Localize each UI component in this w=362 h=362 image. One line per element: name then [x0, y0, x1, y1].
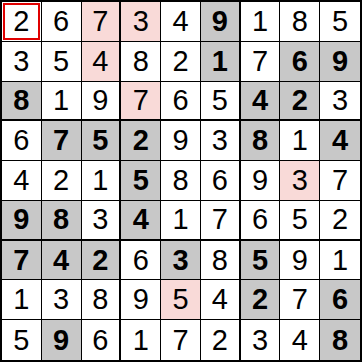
sudoku-board: 2673491853548217698197654236752938144215…: [0, 0, 362, 362]
cell-r1c1[interactable]: 2: [2, 2, 42, 42]
cell-r8c1[interactable]: 1: [2, 280, 42, 320]
cell-r3c1[interactable]: 8: [2, 82, 42, 122]
cell-r5c8[interactable]: 3: [280, 161, 320, 201]
cell-r9c3[interactable]: 6: [82, 320, 122, 360]
cell-r3c6[interactable]: 5: [201, 82, 241, 122]
cell-r8c6[interactable]: 4: [201, 280, 241, 320]
cell-r9c5[interactable]: 7: [161, 320, 201, 360]
cell-r3c8[interactable]: 2: [280, 82, 320, 122]
cell-r7c9[interactable]: 1: [320, 241, 360, 281]
cell-r8c3[interactable]: 8: [82, 280, 122, 320]
cell-r5c6[interactable]: 6: [201, 161, 241, 201]
cell-r9c7[interactable]: 3: [241, 320, 281, 360]
cell-r2c3[interactable]: 4: [82, 42, 122, 82]
cell-r4c6[interactable]: 3: [201, 121, 241, 161]
cell-r1c2[interactable]: 6: [42, 2, 82, 42]
cell-r1c6[interactable]: 9: [201, 2, 241, 42]
cell-r5c4[interactable]: 5: [121, 161, 161, 201]
cell-r5c7[interactable]: 9: [241, 161, 281, 201]
cell-r8c7[interactable]: 2: [241, 280, 281, 320]
cell-r7c3[interactable]: 2: [82, 241, 122, 281]
cell-r4c8[interactable]: 1: [280, 121, 320, 161]
cell-r4c4[interactable]: 2: [121, 121, 161, 161]
cell-r2c4[interactable]: 8: [121, 42, 161, 82]
cell-r4c5[interactable]: 9: [161, 121, 201, 161]
cell-r7c2[interactable]: 4: [42, 241, 82, 281]
cell-r8c2[interactable]: 3: [42, 280, 82, 320]
cell-r1c5[interactable]: 4: [161, 2, 201, 42]
cell-r3c9[interactable]: 3: [320, 82, 360, 122]
cell-r3c4[interactable]: 7: [121, 82, 161, 122]
cell-r1c3[interactable]: 7: [82, 2, 122, 42]
cell-r6c6[interactable]: 7: [201, 201, 241, 241]
cell-r9c9[interactable]: 8: [320, 320, 360, 360]
cell-r6c5[interactable]: 1: [161, 201, 201, 241]
cell-r4c7[interactable]: 8: [241, 121, 281, 161]
cell-r5c2[interactable]: 2: [42, 161, 82, 201]
cell-r7c1[interactable]: 7: [2, 241, 42, 281]
cell-r9c1[interactable]: 5: [2, 320, 42, 360]
cell-r4c1[interactable]: 6: [2, 121, 42, 161]
cell-r9c2[interactable]: 9: [42, 320, 82, 360]
cell-r6c1[interactable]: 9: [2, 201, 42, 241]
cell-r6c2[interactable]: 8: [42, 201, 82, 241]
cell-r2c9[interactable]: 9: [320, 42, 360, 82]
cell-r6c7[interactable]: 6: [241, 201, 281, 241]
cell-r9c4[interactable]: 1: [121, 320, 161, 360]
cell-r3c3[interactable]: 9: [82, 82, 122, 122]
cell-r4c2[interactable]: 7: [42, 121, 82, 161]
cell-r9c8[interactable]: 4: [280, 320, 320, 360]
cell-r1c9[interactable]: 5: [320, 2, 360, 42]
cell-r8c4[interactable]: 9: [121, 280, 161, 320]
cell-r5c3[interactable]: 1: [82, 161, 122, 201]
cell-r5c9[interactable]: 7: [320, 161, 360, 201]
cell-r8c5[interactable]: 5: [161, 280, 201, 320]
cell-r9c6[interactable]: 2: [201, 320, 241, 360]
cell-r2c6[interactable]: 1: [201, 42, 241, 82]
cell-r6c8[interactable]: 5: [280, 201, 320, 241]
cell-r7c4[interactable]: 6: [121, 241, 161, 281]
cell-r1c4[interactable]: 3: [121, 2, 161, 42]
cell-r2c2[interactable]: 5: [42, 42, 82, 82]
cell-r8c9[interactable]: 6: [320, 280, 360, 320]
cell-r7c6[interactable]: 8: [201, 241, 241, 281]
cell-r2c7[interactable]: 7: [241, 42, 281, 82]
cell-r2c8[interactable]: 6: [280, 42, 320, 82]
cell-r6c3[interactable]: 3: [82, 201, 122, 241]
cell-r4c3[interactable]: 5: [82, 121, 122, 161]
cell-r7c8[interactable]: 9: [280, 241, 320, 281]
cell-r3c7[interactable]: 4: [241, 82, 281, 122]
cell-r2c1[interactable]: 3: [2, 42, 42, 82]
cell-r3c5[interactable]: 6: [161, 82, 201, 122]
cell-r5c5[interactable]: 8: [161, 161, 201, 201]
cell-r7c5[interactable]: 3: [161, 241, 201, 281]
cell-r2c5[interactable]: 2: [161, 42, 201, 82]
cell-r8c8[interactable]: 7: [280, 280, 320, 320]
cell-r1c7[interactable]: 1: [241, 2, 281, 42]
cell-r7c7[interactable]: 5: [241, 241, 281, 281]
cell-r1c8[interactable]: 8: [280, 2, 320, 42]
cell-r4c9[interactable]: 4: [320, 121, 360, 161]
cell-r5c1[interactable]: 4: [2, 161, 42, 201]
cell-r3c2[interactable]: 1: [42, 82, 82, 122]
cell-r6c9[interactable]: 2: [320, 201, 360, 241]
cell-r6c4[interactable]: 4: [121, 201, 161, 241]
